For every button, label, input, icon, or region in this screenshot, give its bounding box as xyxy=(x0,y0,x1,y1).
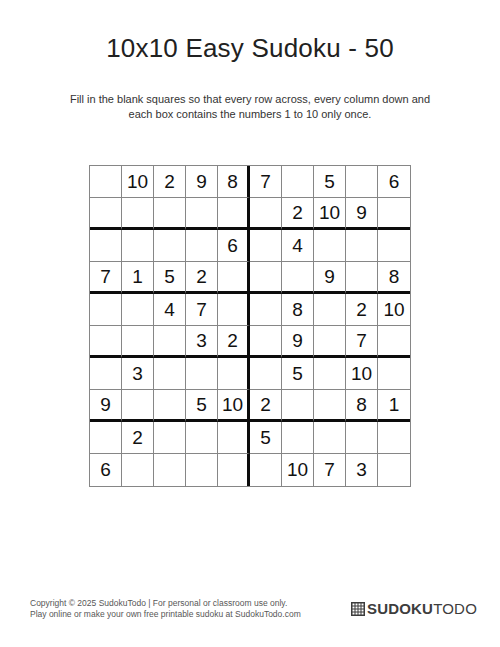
cell-r9c7 xyxy=(282,422,314,454)
cell-r8c3 xyxy=(154,390,186,422)
cell-r8c8 xyxy=(314,390,346,422)
cell-r8c7 xyxy=(282,390,314,422)
cell-r8c10: 1 xyxy=(378,390,410,422)
cell-r7c3 xyxy=(154,358,186,390)
cell-r5c6 xyxy=(250,294,282,326)
sudoku-page: 10x10 Easy Sudoku - 50 Fill in the blank… xyxy=(0,0,500,647)
cell-r7c10 xyxy=(378,358,410,390)
cell-r1c4: 9 xyxy=(186,166,218,198)
cell-r1c8: 5 xyxy=(314,166,346,198)
instructions: Fill in the blank squares so that every … xyxy=(40,92,460,122)
cell-r3c1 xyxy=(90,230,122,262)
cell-r1c1 xyxy=(90,166,122,198)
cell-r6c5: 2 xyxy=(218,326,250,358)
cell-r4c2: 1 xyxy=(122,262,154,294)
instructions-line-1: Fill in the blank squares so that every … xyxy=(70,93,430,105)
cell-r1c2: 10 xyxy=(122,166,154,198)
cell-r2c1 xyxy=(90,198,122,230)
cell-r3c7: 4 xyxy=(282,230,314,262)
cell-r6c4: 3 xyxy=(186,326,218,358)
cell-r2c5 xyxy=(218,198,250,230)
cell-r5c2 xyxy=(122,294,154,326)
cell-r7c7: 5 xyxy=(282,358,314,390)
cell-r5c4: 7 xyxy=(186,294,218,326)
cell-r9c9 xyxy=(346,422,378,454)
sudoku-grid: 1029875621096471529847821032973510951028… xyxy=(89,165,411,487)
cell-r10c2 xyxy=(122,454,154,486)
cell-r3c10 xyxy=(378,230,410,262)
logo-text-todo: TODO xyxy=(433,600,477,617)
cell-r1c10: 6 xyxy=(378,166,410,198)
cell-r10c8: 7 xyxy=(314,454,346,486)
cell-r3c8 xyxy=(314,230,346,262)
cell-r6c7: 9 xyxy=(282,326,314,358)
cell-r6c2 xyxy=(122,326,154,358)
cell-r2c7: 2 xyxy=(282,198,314,230)
copyright-line-2: Play online or make your own free printa… xyxy=(30,609,301,620)
copyright-text: Copyright © 2025 SudokuTodo | For person… xyxy=(30,598,301,619)
sudokutodo-logo: SUDOKUTODO xyxy=(351,600,477,617)
instructions-line-2: each box contains the numbers 1 to 10 on… xyxy=(129,108,372,120)
cell-r6c8 xyxy=(314,326,346,358)
cell-r3c5: 6 xyxy=(218,230,250,262)
cell-r10c6 xyxy=(250,454,282,486)
cell-r3c6 xyxy=(250,230,282,262)
cell-r4c10: 8 xyxy=(378,262,410,294)
cell-r7c4 xyxy=(186,358,218,390)
cell-r6c1 xyxy=(90,326,122,358)
cell-r3c2 xyxy=(122,230,154,262)
cell-r1c6: 7 xyxy=(250,166,282,198)
cell-r3c3 xyxy=(154,230,186,262)
cell-r4c9 xyxy=(346,262,378,294)
cell-r10c4 xyxy=(186,454,218,486)
cell-r5c1 xyxy=(90,294,122,326)
cell-r3c9 xyxy=(346,230,378,262)
cell-r2c8: 10 xyxy=(314,198,346,230)
cell-r9c8 xyxy=(314,422,346,454)
cell-r2c4 xyxy=(186,198,218,230)
cell-r10c1: 6 xyxy=(90,454,122,486)
cell-r4c6 xyxy=(250,262,282,294)
cell-r5c10: 10 xyxy=(378,294,410,326)
cell-r2c3 xyxy=(154,198,186,230)
cell-r8c9: 8 xyxy=(346,390,378,422)
cell-r7c9: 10 xyxy=(346,358,378,390)
cell-r10c10 xyxy=(378,454,410,486)
page-title: 10x10 Easy Sudoku - 50 xyxy=(0,33,500,64)
cell-r1c7 xyxy=(282,166,314,198)
cell-r4c3: 5 xyxy=(154,262,186,294)
cell-r3c4 xyxy=(186,230,218,262)
copyright-line-1: Copyright © 2025 SudokuTodo | For person… xyxy=(30,598,301,609)
cell-r9c5 xyxy=(218,422,250,454)
cell-r6c10 xyxy=(378,326,410,358)
cell-r9c4 xyxy=(186,422,218,454)
cell-r7c6 xyxy=(250,358,282,390)
cell-r4c5 xyxy=(218,262,250,294)
footer: Copyright © 2025 SudokuTodo | For person… xyxy=(30,598,477,619)
cell-r5c3: 4 xyxy=(154,294,186,326)
cell-r10c7: 10 xyxy=(282,454,314,486)
cell-r2c2 xyxy=(122,198,154,230)
cell-r4c4: 2 xyxy=(186,262,218,294)
cell-r6c6 xyxy=(250,326,282,358)
cell-r8c6: 2 xyxy=(250,390,282,422)
cell-r5c5 xyxy=(218,294,250,326)
cell-r6c3 xyxy=(154,326,186,358)
cell-r9c1 xyxy=(90,422,122,454)
cell-r5c8 xyxy=(314,294,346,326)
cell-r9c10 xyxy=(378,422,410,454)
cell-r1c5: 8 xyxy=(218,166,250,198)
cell-r7c8 xyxy=(314,358,346,390)
cell-r9c3 xyxy=(154,422,186,454)
cell-r8c5: 10 xyxy=(218,390,250,422)
cell-r5c9: 2 xyxy=(346,294,378,326)
cell-r4c8: 9 xyxy=(314,262,346,294)
cell-r5c7: 8 xyxy=(282,294,314,326)
cell-r7c5 xyxy=(218,358,250,390)
cell-r9c2: 2 xyxy=(122,422,154,454)
logo-text-sudoku: SUDOKU xyxy=(367,600,433,617)
cell-r6c9: 7 xyxy=(346,326,378,358)
cell-r4c7 xyxy=(282,262,314,294)
cell-r1c3: 2 xyxy=(154,166,186,198)
cell-r10c9: 3 xyxy=(346,454,378,486)
cell-r7c1 xyxy=(90,358,122,390)
cell-r10c5 xyxy=(218,454,250,486)
logo-text: SUDOKUTODO xyxy=(367,600,477,617)
cell-r7c2: 3 xyxy=(122,358,154,390)
cell-r8c2 xyxy=(122,390,154,422)
cell-r2c6 xyxy=(250,198,282,230)
cell-r9c6: 5 xyxy=(250,422,282,454)
cell-r1c9 xyxy=(346,166,378,198)
cell-r2c9: 9 xyxy=(346,198,378,230)
cell-r2c10 xyxy=(378,198,410,230)
cell-r8c4: 5 xyxy=(186,390,218,422)
cell-r8c1: 9 xyxy=(90,390,122,422)
cell-r4c1: 7 xyxy=(90,262,122,294)
cell-r10c3 xyxy=(154,454,186,486)
sudoku-grid-icon xyxy=(351,602,365,616)
